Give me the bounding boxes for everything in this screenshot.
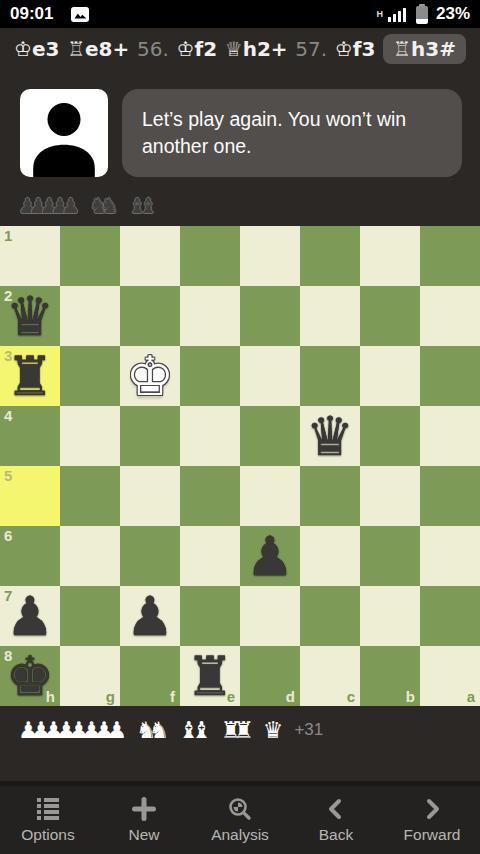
captured-queen-icon: ♛	[263, 718, 284, 742]
captured-rook-group: ♜♜	[221, 718, 254, 742]
square-c7[interactable]	[300, 586, 360, 646]
captured-pawn-group: ♟♟♟♟♟♟♟♟	[18, 718, 127, 742]
square-f8[interactable]: f	[120, 646, 180, 706]
square-b2[interactable]	[360, 286, 420, 346]
move-ply[interactable]: ♕h2+	[225, 37, 288, 61]
black-pawn-f7: ♟	[120, 586, 180, 646]
square-d2[interactable]	[240, 286, 300, 346]
square-d5[interactable]	[240, 466, 300, 526]
square-a1[interactable]	[420, 226, 480, 286]
black-queen-c4: ♛	[300, 406, 360, 466]
square-b1[interactable]	[360, 226, 420, 286]
battery-icon	[416, 4, 428, 24]
square-a3[interactable]	[420, 346, 480, 406]
captured-knight-group: ♞♞	[136, 718, 169, 742]
captured-knight-icon: ♞	[149, 718, 170, 742]
captured-queen-group: ♛	[263, 718, 284, 742]
file-label-c: c	[347, 688, 355, 705]
square-c8[interactable]: c	[300, 646, 360, 706]
rank-label-4: 4	[4, 407, 12, 424]
square-a2[interactable]	[420, 286, 480, 346]
nav-forward-button[interactable]: Forward	[384, 796, 480, 844]
material-advantage: +31	[294, 718, 323, 742]
captured-pieces-by-black: ♟♟♟♟♟♟♟♟♞♞♝♝♜♜♛+31	[18, 716, 480, 742]
square-h4[interactable]: 4	[0, 406, 60, 466]
square-h8[interactable]: 8h♚	[0, 646, 60, 706]
captured-bishop-group: ♝♝	[128, 195, 158, 217]
square-g2[interactable]	[60, 286, 120, 346]
opponent-avatar[interactable]	[20, 89, 108, 177]
chevron-right-icon	[420, 796, 444, 822]
square-d1[interactable]	[240, 226, 300, 286]
square-b4[interactable]	[360, 406, 420, 466]
battery-percent: 23%	[436, 4, 470, 24]
file-label-g: g	[106, 688, 115, 705]
square-f5[interactable]	[120, 466, 180, 526]
square-f3[interactable]: ♚	[120, 346, 180, 406]
square-d6[interactable]: ♟	[240, 526, 300, 586]
nav-label: Back	[319, 826, 353, 844]
square-g8[interactable]: g	[60, 646, 120, 706]
square-d4[interactable]	[240, 406, 300, 466]
black-queen-h2: ♛	[0, 286, 60, 346]
square-b8[interactable]: b	[360, 646, 420, 706]
move-ply[interactable]: ♖h3#	[383, 34, 466, 64]
square-g1[interactable]	[60, 226, 120, 286]
signal-strength-icon	[388, 7, 406, 22]
square-c1[interactable]	[300, 226, 360, 286]
square-e2[interactable]	[180, 286, 240, 346]
nav-label: Options	[21, 826, 74, 844]
move-ply[interactable]: ♔f2	[177, 37, 218, 61]
chess-app: 09:01 H 23% ♔e3♖e8+56.♔f2♕h2+57.♔f3♖h3# …	[0, 0, 480, 854]
square-c4[interactable]: ♛	[300, 406, 360, 466]
file-label-b: b	[406, 688, 415, 705]
square-d7[interactable]	[240, 586, 300, 646]
nav-new-button[interactable]: New	[96, 796, 192, 844]
analysis-magnifier-icon	[227, 796, 253, 822]
status-bar: 09:01 H 23%	[0, 0, 480, 28]
square-f4[interactable]	[120, 406, 180, 466]
file-label-f: f	[170, 688, 175, 705]
square-e6[interactable]	[180, 526, 240, 586]
square-g3[interactable]	[60, 346, 120, 406]
move-list: ♔e3♖e8+56.♔f2♕h2+57.♔f3♖h3#	[0, 28, 480, 70]
file-label-a: a	[467, 688, 475, 705]
square-a5[interactable]	[420, 466, 480, 526]
nav-back-button[interactable]: Back	[288, 796, 384, 844]
square-f7[interactable]: ♟	[120, 586, 180, 646]
move-number: 56.	[137, 37, 169, 61]
square-h7[interactable]: 7♟	[0, 586, 60, 646]
chat-message: Let’s play again. You won’t win another …	[142, 106, 442, 160]
square-b5[interactable]	[360, 466, 420, 526]
square-e3[interactable]	[180, 346, 240, 406]
captured-rook-icon: ♜	[233, 718, 254, 742]
square-h1[interactable]: 1	[0, 226, 60, 286]
captured-bishop-group: ♝♝	[178, 718, 211, 742]
square-h3[interactable]: 3♜	[0, 346, 60, 406]
square-f6[interactable]	[120, 526, 180, 586]
captured-bishop-icon: ♝	[191, 718, 212, 742]
square-g6[interactable]	[60, 526, 120, 586]
network-type-indicator: H	[376, 9, 383, 19]
square-e7[interactable]	[180, 586, 240, 646]
captured-bishop-icon: ♝	[139, 195, 158, 217]
captured-knight-group: ♞♞	[89, 195, 119, 217]
white-king-f3: ♚	[120, 346, 180, 406]
nav-label: New	[128, 826, 159, 844]
square-c3[interactable]	[300, 346, 360, 406]
black-pawn-h7: ♟	[0, 586, 60, 646]
move-ply[interactable]: ♔f3	[335, 37, 376, 61]
square-a6[interactable]	[420, 526, 480, 586]
move-number: 57.	[295, 37, 327, 61]
square-c5[interactable]	[300, 466, 360, 526]
captured-pawn-group: ♟♟♟♟♟	[18, 195, 80, 217]
square-g4[interactable]	[60, 406, 120, 466]
nav-analysis-button[interactable]: Analysis	[192, 796, 288, 844]
chevron-left-icon	[324, 796, 348, 822]
square-c6[interactable]	[300, 526, 360, 586]
captured-pawn-icon: ♟	[61, 195, 80, 217]
black-rook-h3: ♜	[0, 346, 60, 406]
square-b7[interactable]	[360, 586, 420, 646]
bottom-nav: OptionsNewAnalysisBackForward	[0, 781, 480, 854]
move-ply[interactable]: ♔e3	[14, 37, 59, 61]
plus-icon	[131, 796, 157, 822]
nav-options-button[interactable]: Options	[0, 796, 96, 844]
square-b6[interactable]	[360, 526, 420, 586]
square-f2[interactable]	[120, 286, 180, 346]
chat-bubble: Let’s play again. You won’t win another …	[122, 89, 462, 177]
rank-label-1: 1	[4, 227, 12, 244]
rank-label-6: 6	[4, 527, 12, 544]
square-e1[interactable]	[180, 226, 240, 286]
square-a4[interactable]	[420, 406, 480, 466]
move-ply[interactable]: ♖e8+	[67, 37, 129, 61]
captured-pieces-by-white: ♟♟♟♟♟♞♞♝♝	[18, 193, 480, 217]
clock: 09:01	[10, 4, 53, 24]
square-e5[interactable]	[180, 466, 240, 526]
square-d3[interactable]	[240, 346, 300, 406]
rank-label-5: 5	[4, 467, 12, 484]
nav-label: Forward	[404, 826, 461, 844]
square-h5[interactable]: 5	[0, 466, 60, 526]
black-rook-e8: ♜	[180, 646, 240, 706]
black-king-h8: ♚	[0, 646, 60, 706]
square-f1[interactable]	[120, 226, 180, 286]
square-b3[interactable]	[360, 346, 420, 406]
options-list-icon	[36, 796, 60, 822]
person-silhouette-icon	[20, 89, 108, 177]
square-g7[interactable]	[60, 586, 120, 646]
chess-board: 12♛3♜♚4♛56♟7♟♟8h♚gfe♜dcba	[0, 226, 480, 706]
square-e8[interactable]: e♜	[180, 646, 240, 706]
square-h6[interactable]: 6	[0, 526, 60, 586]
captured-knight-icon: ♞	[100, 195, 119, 217]
captured-pawn-icon: ♟	[106, 718, 127, 742]
square-a7[interactable]	[420, 586, 480, 646]
square-e4[interactable]	[180, 406, 240, 466]
chat-row: Let’s play again. You won’t win another …	[20, 89, 462, 177]
file-label-d: d	[286, 688, 295, 705]
square-h2[interactable]: 2♛	[0, 286, 60, 346]
square-d8[interactable]: d	[240, 646, 300, 706]
nav-label: Analysis	[211, 826, 269, 844]
screenshot-notification-icon	[71, 7, 89, 22]
black-pawn-d6: ♟	[240, 526, 300, 586]
square-g5[interactable]	[60, 466, 120, 526]
square-a8[interactable]: a	[420, 646, 480, 706]
square-c2[interactable]	[300, 286, 360, 346]
